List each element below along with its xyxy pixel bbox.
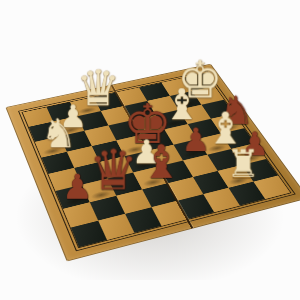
piece-white-queen: ♛ [76,63,101,112]
square-g7: ♚ [170,91,202,110]
chess-set-photo: ♛♟♚♞♝♚♞♟♟♝♟♛♝♟♜ [0,0,300,300]
piece-dark-pawn: ♟ [181,124,207,156]
square-d8 [94,92,125,111]
board-scene: ♛♟♚♞♝♚♞♟♟♝♟♛♝♟♜ [0,0,300,300]
square-c7 [77,111,108,131]
piece-dark-pawn: ♟ [62,170,90,204]
chess-board: ♛♟♚♞♝♚♞♟♟♝♟♛♝♟♜ [5,64,300,262]
piece-white-knight: ♞ [41,113,67,153]
piece-shadow [178,100,199,109]
piece-shadow [77,106,98,115]
piece-dark-queen: ♛ [89,142,117,197]
board-grid: ♛♟♚♞♝♚♞♟♟♝♟♛♝♟♜ [22,73,292,248]
square-h8 [183,73,214,91]
piece-dark-bishop: ♝ [141,139,168,185]
piece-white-rook: ♜ [227,146,254,184]
piece-white-king: ♚ [177,55,201,106]
